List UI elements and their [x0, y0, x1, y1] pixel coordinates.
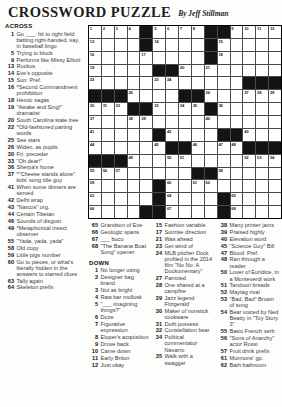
- grid-cell[interactable]: [166, 52, 178, 64]
- grid-cell[interactable]: 31: [102, 103, 114, 115]
- clue-number: 41: [4, 184, 14, 196]
- black-cell: [89, 155, 101, 167]
- clue-item: 7Figurative expression: [88, 321, 149, 333]
- grid-cell[interactable]: 67: [166, 206, 178, 218]
- black-cell: [140, 103, 152, 115]
- cell-number: 29: [270, 90, 274, 95]
- clue-item: 12Just okay: [88, 362, 149, 368]
- grid-cell[interactable]: 17: [140, 52, 152, 64]
- grid-cell[interactable]: 26: [205, 90, 217, 102]
- cell-number: 48: [231, 142, 235, 147]
- cell-number: 35: [193, 103, 197, 108]
- clue-item: 57Fruit drink prefix: [217, 348, 280, 354]
- grid-cell[interactable]: 40: [205, 116, 217, 128]
- grid-cell[interactable]: 63: [89, 193, 101, 205]
- cell-number: 23: [154, 77, 158, 82]
- grid-cell[interactable]: 29: [269, 90, 281, 102]
- grid-cell[interactable]: [115, 193, 127, 205]
- grid-cell[interactable]: [256, 206, 268, 218]
- grid-cell[interactable]: [115, 129, 127, 141]
- clue-number: 68: [88, 243, 98, 255]
- cell-number: 14: [154, 39, 158, 44]
- grid-cell[interactable]: 35: [192, 103, 204, 115]
- black-cell: [153, 193, 165, 205]
- clue-number: 49: [4, 225, 14, 237]
- clue-column-3: 15Fashion variable17Sunrise direction21W…: [152, 222, 214, 366]
- clue-text: Tandoori breads: [227, 282, 280, 288]
- grid-cell[interactable]: [102, 77, 114, 89]
- clue-text: Just okay: [98, 362, 149, 368]
- clue-item: 34Political commentator Navarro: [152, 334, 214, 352]
- grid-cell[interactable]: [243, 103, 255, 115]
- grid-cell[interactable]: [153, 168, 165, 180]
- grid-cell[interactable]: 5: [153, 26, 165, 38]
- clue-number: 12: [88, 362, 98, 368]
- down-label: DOWN: [89, 260, 149, 266]
- grid-cell[interactable]: [153, 155, 165, 167]
- clue-text: MLB pitcher Dock profiled in the 2014 fi…: [162, 250, 214, 274]
- clue-item: 9Drove back: [88, 341, 149, 347]
- grid-cell[interactable]: [128, 168, 140, 180]
- grid-cell[interactable]: [256, 39, 268, 51]
- crossword-grid: 1234567891011121314151617181920212223242…: [88, 25, 282, 219]
- grid-cell[interactable]: [140, 155, 152, 167]
- grid-cell[interactable]: [192, 65, 204, 77]
- grid-cell[interactable]: 43: [243, 129, 255, 141]
- grid-cell[interactable]: [256, 65, 268, 77]
- clue-number: 9: [88, 341, 98, 347]
- clue-number: 5: [4, 50, 14, 56]
- grid-cell[interactable]: 1: [89, 26, 101, 38]
- clue-item: 26Widen, as pupils: [4, 144, 85, 150]
- grid-cell[interactable]: 14: [153, 39, 165, 51]
- grid-cell[interactable]: 56: [102, 168, 114, 180]
- grid-cell[interactable]: 27: [243, 90, 255, 102]
- grid-cell[interactable]: [102, 129, 114, 141]
- clue-item: 23Get wind of: [152, 243, 214, 249]
- clue-number: 47: [217, 250, 227, 256]
- cell-number: 59: [90, 180, 94, 185]
- grid-cell[interactable]: [218, 77, 230, 89]
- clue-text: "Yada, yada, yada": [14, 238, 85, 244]
- grid-cell[interactable]: 38: [128, 116, 140, 128]
- clue-number: 11: [88, 355, 98, 361]
- clue-item: 55"Yada, yada, yada": [4, 238, 85, 244]
- grid-cell[interactable]: [269, 65, 281, 77]
- grid-cell[interactable]: 30: [89, 103, 101, 115]
- cell-number: 62: [206, 180, 210, 185]
- cell-number: 34: [180, 103, 184, 108]
- grid-cell[interactable]: [243, 193, 255, 205]
- grid-cell[interactable]: [231, 168, 243, 180]
- clue-number: 38: [217, 222, 227, 228]
- grid-cell[interactable]: [153, 90, 165, 102]
- grid-cell[interactable]: 16: [89, 52, 101, 64]
- clue-number: 42: [4, 197, 14, 203]
- grid-cell[interactable]: [231, 155, 243, 167]
- clue-number: 55: [4, 238, 14, 244]
- grid-cell[interactable]: [192, 206, 204, 218]
- grid-cell[interactable]: [269, 180, 281, 192]
- clue-text: Get wind of: [162, 243, 214, 249]
- grid-cell[interactable]: 58: [218, 168, 230, 180]
- grid-cell[interactable]: 37: [89, 116, 101, 128]
- grid-cell[interactable]: [256, 103, 268, 115]
- grid-cell[interactable]: 33: [153, 103, 165, 115]
- grid-cell[interactable]: 50: [166, 155, 178, 167]
- grid-cell[interactable]: [128, 77, 140, 89]
- grid-cell[interactable]: [179, 129, 191, 141]
- grid-cell[interactable]: 62: [205, 180, 217, 192]
- grid-cell[interactable]: 55: [89, 168, 101, 180]
- cell-number: 12: [270, 26, 274, 31]
- cell-number: 27: [244, 90, 248, 95]
- grid-cell[interactable]: 13: [89, 39, 101, 51]
- grid-cell[interactable]: [205, 77, 217, 89]
- clue-number: 26: [4, 144, 14, 150]
- grid-cell[interactable]: [256, 168, 268, 180]
- grid-cell[interactable]: [166, 116, 178, 128]
- clue-item: 48Ran through a reader: [217, 256, 280, 268]
- grid-cell[interactable]: [102, 116, 114, 128]
- grid-cell[interactable]: [128, 142, 140, 154]
- clue-text: Political commentator Navarro: [162, 334, 214, 352]
- grid-cell[interactable]: 64: [166, 193, 178, 205]
- grid-cell[interactable]: 61: [192, 180, 204, 192]
- clue-number: 22: [4, 124, 14, 136]
- grid-cell[interactable]: [140, 77, 152, 89]
- clue-text: Not as bright: [98, 287, 149, 293]
- grid-cell[interactable]: [192, 52, 204, 64]
- grid-cell[interactable]: [218, 90, 230, 102]
- grid-cell[interactable]: 54: [269, 155, 281, 167]
- grid-cell[interactable]: [179, 116, 191, 128]
- grid-cell[interactable]: 59: [89, 180, 101, 192]
- clue-item: 18Heroic sagas: [4, 97, 85, 103]
- grid-cell[interactable]: [243, 180, 255, 192]
- black-cell: [205, 103, 217, 115]
- grid-cell[interactable]: [269, 39, 281, 51]
- grid-cell[interactable]: [269, 129, 281, 141]
- grid-cell[interactable]: [231, 52, 243, 64]
- grid-cell[interactable]: 21: [205, 65, 217, 77]
- grid-cell[interactable]: 68: [231, 206, 243, 218]
- grid-cell[interactable]: [192, 129, 204, 141]
- grid-cell[interactable]: [102, 65, 114, 77]
- grid-cell[interactable]: [102, 180, 114, 192]
- clue-text: Widen, as pupils: [14, 144, 85, 150]
- clue-text: Blood: Pref.: [227, 250, 280, 256]
- grid-cell[interactable]: [231, 39, 243, 51]
- cell-number: 2: [103, 26, 105, 31]
- grid-cell[interactable]: [179, 206, 191, 218]
- grid-cell[interactable]: 44: [89, 142, 101, 154]
- grid-cell[interactable]: 15: [218, 39, 230, 51]
- grid-cell[interactable]: [192, 77, 204, 89]
- grid-cell[interactable]: [231, 65, 243, 77]
- cell-number: 9: [231, 26, 233, 31]
- clue-number: 51: [217, 282, 227, 288]
- clue-number: 24: [152, 250, 162, 274]
- grid-cell[interactable]: [166, 103, 178, 115]
- clue-text: Tally again: [14, 278, 85, 284]
- down-clue-list-3: 38Many printer jams39Praised highly40Ele…: [217, 222, 280, 368]
- clue-item: 46Sounds of disgust: [4, 218, 85, 224]
- clue-item: 13Ruckus: [4, 63, 85, 69]
- clue-text: Basic French verb: [227, 328, 280, 334]
- grid-cell[interactable]: [205, 193, 217, 205]
- grid-cell[interactable]: 45: [153, 142, 165, 154]
- grid-cell[interactable]: 12: [269, 26, 281, 38]
- grid-cell[interactable]: 3: [115, 26, 127, 38]
- cell-number: 51: [180, 155, 184, 160]
- clue-number: 8: [88, 334, 98, 340]
- grid-cell[interactable]: 18: [218, 52, 230, 64]
- clue-number: 33: [4, 158, 14, 164]
- grid-cell[interactable]: [231, 116, 243, 128]
- clue-number: 65: [88, 222, 98, 228]
- black-cell: [218, 193, 230, 205]
- clue-item: 21Was ahead: [152, 236, 214, 242]
- grid-cell[interactable]: [218, 116, 230, 128]
- grid-cell[interactable]: 19: [89, 65, 101, 77]
- cell-number: 66: [90, 206, 94, 211]
- grid-cell[interactable]: [192, 39, 204, 51]
- grid-cell[interactable]: 36: [218, 103, 230, 115]
- grid-cell[interactable]: [231, 90, 243, 102]
- clue-number: 1: [88, 267, 98, 273]
- grid-cell[interactable]: [256, 116, 268, 128]
- grid-cell[interactable]: 51: [179, 155, 191, 167]
- grid-cell[interactable]: [115, 77, 127, 89]
- clue-text: When some dinners are served: [14, 184, 85, 196]
- grid-cell[interactable]: 42: [166, 129, 178, 141]
- clue-number: 57: [217, 348, 227, 354]
- grid-cell[interactable]: 60: [166, 180, 178, 192]
- grid-cell[interactable]: [231, 77, 243, 89]
- grid-cell[interactable]: [243, 116, 255, 128]
- grid-cell[interactable]: 4: [128, 26, 140, 38]
- clue-number: 16: [4, 84, 14, 96]
- grid-cell[interactable]: [115, 206, 127, 218]
- grid-cell[interactable]: 22: [89, 77, 101, 89]
- grid-cell[interactable]: [218, 155, 230, 167]
- grid-cell[interactable]: [140, 168, 152, 180]
- grid-cell[interactable]: 28: [256, 90, 268, 102]
- cell-number: 21: [206, 65, 210, 70]
- grid-cell[interactable]: [269, 103, 281, 115]
- clue-item: 9Performs like Missy Elliott: [4, 57, 85, 63]
- grid-cell[interactable]: [128, 129, 140, 141]
- grid-cell[interactable]: [179, 193, 191, 205]
- grid-cell[interactable]: [115, 65, 127, 77]
- grid-cell[interactable]: [243, 206, 255, 218]
- grid-cell[interactable]: [256, 193, 268, 205]
- grid-cell[interactable]: 46: [192, 142, 204, 154]
- grid-cell[interactable]: 39: [140, 116, 152, 128]
- black-cell: [89, 90, 101, 102]
- grid-cell[interactable]: [269, 168, 281, 180]
- page-title: CROSSWORD PUZZLE: [8, 4, 171, 21]
- grid-cell[interactable]: [115, 180, 127, 192]
- grid-cell[interactable]: 9: [231, 26, 243, 38]
- cell-number: 42: [167, 129, 171, 134]
- grid-cell[interactable]: [179, 180, 191, 192]
- clue-text: Ran through a reader: [227, 256, 280, 268]
- black-cell: [102, 155, 114, 167]
- grid-cell[interactable]: [153, 116, 165, 128]
- cell-number: 5: [154, 26, 156, 31]
- clue-number: 28: [152, 282, 162, 294]
- grid-cell[interactable]: [153, 52, 165, 64]
- grid-cell[interactable]: [140, 90, 152, 102]
- grid-cell[interactable]: [192, 193, 204, 205]
- grid-cell[interactable]: 25: [128, 90, 140, 102]
- grid-cell[interactable]: [128, 39, 140, 51]
- black-cell: [256, 142, 268, 154]
- grid-cell[interactable]: [140, 180, 152, 192]
- grid-cell[interactable]: 53: [256, 155, 268, 167]
- clue-text: Jazz legend Fitzgerald: [162, 295, 214, 307]
- grid-cell[interactable]: 23: [153, 77, 165, 89]
- clue-item: 19"Awake and Sing!" dramatist: [4, 104, 85, 116]
- grid-cell[interactable]: [102, 206, 114, 218]
- grid-cell[interactable]: 32: [115, 103, 127, 115]
- grid-cell[interactable]: [179, 77, 191, 89]
- across-clue-list: 1Go ___: hit to right field batting righ…: [4, 31, 85, 291]
- clue-text: "The Banana Boat Song" opener: [98, 243, 149, 255]
- grid-cell[interactable]: [256, 180, 268, 192]
- cell-number: 19: [90, 65, 94, 70]
- grid-cell[interactable]: [218, 180, 230, 192]
- grid-cell[interactable]: 34: [179, 103, 191, 115]
- grid-cell[interactable]: 66: [89, 206, 101, 218]
- clue-text: Eve's opposite: [14, 70, 85, 76]
- clue-item: 22*Old-fashioned parting words: [4, 124, 85, 136]
- clue-item: 47Blood: Pref.: [217, 250, 280, 256]
- grid-cell[interactable]: [128, 65, 140, 77]
- cell-number: 15: [218, 39, 222, 44]
- grid-cell[interactable]: [102, 52, 114, 64]
- grid-cell[interactable]: 52: [243, 155, 255, 167]
- cell-number: 3: [116, 26, 118, 31]
- clue-text: No longer using: [98, 267, 149, 273]
- grid-cell[interactable]: 2: [102, 26, 114, 38]
- grid-cell[interactable]: [115, 116, 127, 128]
- clue-text: South Carolina state tree: [14, 117, 85, 123]
- grid-cell[interactable]: [243, 65, 255, 77]
- cell-number: 4: [128, 26, 130, 31]
- grid-cell[interactable]: 6: [166, 26, 178, 38]
- grid-cell[interactable]: 7: [179, 26, 191, 38]
- grid-cell[interactable]: [269, 116, 281, 128]
- grid-cell[interactable]: 57: [115, 168, 127, 180]
- grid-cell[interactable]: [179, 168, 191, 180]
- clue-item: 15Sun: Pref.: [4, 77, 85, 83]
- grid-cell[interactable]: [102, 39, 114, 51]
- grid-cell[interactable]: [128, 206, 140, 218]
- cell-number: 31: [103, 103, 107, 108]
- grid-cell[interactable]: 48: [231, 142, 243, 154]
- grid-cell[interactable]: [192, 155, 204, 167]
- grid-cell[interactable]: [140, 129, 152, 141]
- clue-number: 63: [4, 278, 14, 284]
- clue-item: 30Fri. preceder: [4, 151, 85, 157]
- grid-cell[interactable]: [205, 206, 217, 218]
- clue-text: Ruckus: [14, 63, 85, 69]
- grid-cell[interactable]: [166, 168, 178, 180]
- clue-text: Maker of nonstick cookware: [162, 308, 214, 320]
- grid-cell[interactable]: 24: [166, 77, 178, 89]
- clue-item: 42Delhi wrap: [4, 197, 85, 203]
- grid-cell[interactable]: 11: [256, 26, 268, 38]
- grid-cell[interactable]: 47: [218, 142, 230, 154]
- grid-cell[interactable]: [166, 90, 178, 102]
- clue-number: 44: [4, 211, 14, 217]
- grid-cell[interactable]: [205, 129, 217, 141]
- clue-item: 4Raw bar mollusk: [88, 294, 149, 300]
- grid-cell[interactable]: [166, 39, 178, 51]
- grid-cell[interactable]: [192, 116, 204, 128]
- clue-item: 43"Narcos" org.: [4, 204, 85, 210]
- clue-text: Mormons' gp.: [227, 355, 280, 361]
- grid-cell[interactable]: 65: [231, 193, 243, 205]
- down-clue-list-1: 1No longer using2Designer bag brand3Not …: [88, 267, 149, 367]
- grid-cell[interactable]: 41: [89, 129, 101, 141]
- cell-number: 30: [90, 103, 94, 108]
- clue-number: 7: [88, 321, 98, 333]
- grid-cell[interactable]: [115, 52, 127, 64]
- grid-cell[interactable]: [231, 103, 243, 115]
- grid-cell[interactable]: [243, 168, 255, 180]
- grid-cell[interactable]: [205, 155, 217, 167]
- grid-cell[interactable]: [128, 180, 140, 192]
- grid-cell[interactable]: [218, 65, 230, 77]
- grid-cell[interactable]: [243, 39, 255, 51]
- grid-cell[interactable]: [231, 180, 243, 192]
- grid-cell[interactable]: [269, 193, 281, 205]
- clue-item: 20South Carolina state tree: [4, 117, 85, 123]
- grid-cell[interactable]: [269, 52, 281, 64]
- grid-cell[interactable]: [102, 193, 114, 205]
- grid-cell[interactable]: [115, 39, 127, 51]
- black-cell: [102, 90, 114, 102]
- clue-text: Constellation bear: [162, 327, 214, 333]
- grid-cell[interactable]: [256, 52, 268, 64]
- grid-cell[interactable]: 10: [243, 26, 255, 38]
- grid-cell[interactable]: [256, 129, 268, 141]
- clue-text: Go to pieces, or what's literally hidden…: [14, 259, 85, 277]
- grid-cell[interactable]: 49: [128, 155, 140, 167]
- grid-cell[interactable]: [128, 193, 140, 205]
- grid-cell[interactable]: [243, 52, 255, 64]
- grid-cell[interactable]: 8: [192, 26, 204, 38]
- black-cell: [166, 142, 178, 154]
- grid-cell[interactable]: [205, 142, 217, 154]
- cell-number: 41: [90, 129, 94, 134]
- grid-cell[interactable]: [102, 142, 114, 154]
- grid-cell[interactable]: [128, 52, 140, 64]
- grid-cell[interactable]: [269, 206, 281, 218]
- grid-cell[interactable]: [140, 142, 152, 154]
- grid-cell[interactable]: [179, 39, 191, 51]
- grid-cell[interactable]: [115, 142, 127, 154]
- grid-cell[interactable]: 20: [179, 65, 191, 77]
- grid-cell[interactable]: [179, 52, 191, 64]
- clue-number: 36: [4, 164, 14, 170]
- grid-cell[interactable]: [140, 65, 152, 77]
- grid-cell[interactable]: [140, 193, 152, 205]
